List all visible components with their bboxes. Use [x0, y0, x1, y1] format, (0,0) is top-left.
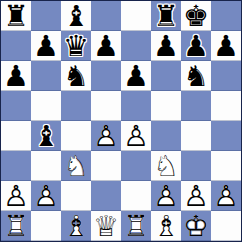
square-f7[interactable]: ♟: [151, 31, 181, 61]
square-e7[interactable]: [121, 31, 151, 61]
white-rook[interactable]: ♜♖: [121, 211, 151, 241]
black-knight[interactable]: ♞: [181, 61, 211, 91]
square-e2[interactable]: [121, 181, 151, 211]
white-knight-outline-glyph: ♘: [151, 151, 181, 181]
square-d2[interactable]: [91, 181, 121, 211]
square-a7[interactable]: [1, 31, 31, 61]
square-c6[interactable]: ♞: [61, 61, 91, 91]
square-e3[interactable]: [121, 151, 151, 181]
white-pawn[interactable]: ♟♙: [181, 181, 211, 211]
square-f5[interactable]: [151, 91, 181, 121]
square-b8[interactable]: [31, 1, 61, 31]
square-d5[interactable]: [91, 91, 121, 121]
square-a4[interactable]: [1, 121, 31, 151]
black-pawn[interactable]: ♟: [151, 31, 181, 61]
square-c5[interactable]: [61, 91, 91, 121]
white-pawn-outline-glyph: ♙: [211, 181, 241, 211]
square-h4[interactable]: [211, 121, 241, 151]
square-g8[interactable]: ♚: [181, 1, 211, 31]
white-pawn[interactable]: ♟♙: [1, 181, 31, 211]
white-rook-outline-glyph: ♖: [1, 211, 31, 241]
black-bishop[interactable]: ♝: [31, 121, 61, 151]
square-a2[interactable]: ♟♙: [1, 181, 31, 211]
white-pawn[interactable]: ♟♙: [91, 121, 121, 151]
square-h2[interactable]: ♟♙: [211, 181, 241, 211]
square-c1[interactable]: ♝♗: [61, 211, 91, 241]
square-f2[interactable]: ♟♙: [151, 181, 181, 211]
square-d4[interactable]: ♟♙: [91, 121, 121, 151]
square-h5[interactable]: [211, 91, 241, 121]
chess-board: ♜♝♜♚♟♛♟♟♟♟♟♞♟♞♝♟♙♟♙♞♘♞♘♟♙♟♙♟♙♟♙♟♙♜♖♝♗♛♕♜…: [0, 0, 242, 242]
square-f4[interactable]: [151, 121, 181, 151]
white-bishop-outline-glyph: ♗: [151, 211, 181, 241]
black-pawn[interactable]: ♟: [121, 61, 151, 91]
square-a5[interactable]: [1, 91, 31, 121]
white-queen-outline-glyph: ♕: [91, 211, 121, 241]
square-d6[interactable]: [91, 61, 121, 91]
square-f1[interactable]: ♝♗: [151, 211, 181, 241]
square-b5[interactable]: [31, 91, 61, 121]
square-b3[interactable]: [31, 151, 61, 181]
white-pawn[interactable]: ♟♙: [151, 181, 181, 211]
square-b7[interactable]: ♟: [31, 31, 61, 61]
black-king[interactable]: ♚: [181, 1, 211, 31]
white-bishop[interactable]: ♝♗: [61, 211, 91, 241]
square-d7[interactable]: ♟: [91, 31, 121, 61]
square-h1[interactable]: [211, 211, 241, 241]
black-pawn[interactable]: ♟: [1, 61, 31, 91]
square-d1[interactable]: ♛♕: [91, 211, 121, 241]
white-king[interactable]: ♚♔: [181, 211, 211, 241]
square-c8[interactable]: ♝: [61, 1, 91, 31]
square-h6[interactable]: [211, 61, 241, 91]
square-b4[interactable]: ♝: [31, 121, 61, 151]
square-g1[interactable]: ♚♔: [181, 211, 211, 241]
white-pawn[interactable]: ♟♙: [211, 181, 241, 211]
square-c2[interactable]: [61, 181, 91, 211]
white-pawn-outline-glyph: ♙: [1, 181, 31, 211]
square-f3[interactable]: ♞♘: [151, 151, 181, 181]
square-e6[interactable]: ♟: [121, 61, 151, 91]
square-d8[interactable]: [91, 1, 121, 31]
square-b1[interactable]: [31, 211, 61, 241]
white-rook-outline-glyph: ♖: [121, 211, 151, 241]
black-rook[interactable]: ♜: [1, 1, 31, 31]
square-b2[interactable]: ♟♙: [31, 181, 61, 211]
white-pawn-outline-glyph: ♙: [31, 181, 61, 211]
white-pawn-outline-glyph: ♙: [181, 181, 211, 211]
square-c3[interactable]: ♞♘: [61, 151, 91, 181]
square-f6[interactable]: [151, 61, 181, 91]
black-pawn[interactable]: ♟: [31, 31, 61, 61]
black-pawn[interactable]: ♟: [91, 31, 121, 61]
square-d3[interactable]: [91, 151, 121, 181]
white-pawn[interactable]: ♟♙: [121, 121, 151, 151]
black-pawn[interactable]: ♟: [211, 31, 241, 61]
white-pawn-outline-glyph: ♙: [121, 121, 151, 151]
black-rook[interactable]: ♜: [151, 1, 181, 31]
black-queen[interactable]: ♛: [61, 31, 91, 61]
white-bishop[interactable]: ♝♗: [151, 211, 181, 241]
square-c7[interactable]: ♛: [61, 31, 91, 61]
square-a8[interactable]: ♜: [1, 1, 31, 31]
square-b6[interactable]: [31, 61, 61, 91]
white-pawn[interactable]: ♟♙: [31, 181, 61, 211]
white-queen[interactable]: ♛♕: [91, 211, 121, 241]
square-e4[interactable]: ♟♙: [121, 121, 151, 151]
white-pawn-outline-glyph: ♙: [91, 121, 121, 151]
square-g4[interactable]: [181, 121, 211, 151]
black-bishop[interactable]: ♝: [61, 1, 91, 31]
square-e5[interactable]: [121, 91, 151, 121]
square-a1[interactable]: ♜♖: [1, 211, 31, 241]
square-g7[interactable]: ♟: [181, 31, 211, 61]
square-e1[interactable]: ♜♖: [121, 211, 151, 241]
white-bishop-outline-glyph: ♗: [61, 211, 91, 241]
square-h3[interactable]: [211, 151, 241, 181]
square-h8[interactable]: [211, 1, 241, 31]
square-h7[interactable]: ♟: [211, 31, 241, 61]
white-pawn-outline-glyph: ♙: [151, 181, 181, 211]
square-e8[interactable]: [121, 1, 151, 31]
white-king-outline-glyph: ♔: [181, 211, 211, 241]
square-g5[interactable]: [181, 91, 211, 121]
white-knight[interactable]: ♞♘: [151, 151, 181, 181]
square-g3[interactable]: [181, 151, 211, 181]
white-knight-outline-glyph: ♘: [61, 151, 91, 181]
square-a3[interactable]: [1, 151, 31, 181]
square-g6[interactable]: ♞: [181, 61, 211, 91]
square-a6[interactable]: ♟: [1, 61, 31, 91]
white-knight[interactable]: ♞♘: [61, 151, 91, 181]
square-g2[interactable]: ♟♙: [181, 181, 211, 211]
black-knight[interactable]: ♞: [61, 61, 91, 91]
white-rook[interactable]: ♜♖: [1, 211, 31, 241]
square-c4[interactable]: [61, 121, 91, 151]
square-f8[interactable]: ♜: [151, 1, 181, 31]
black-pawn[interactable]: ♟: [181, 31, 211, 61]
